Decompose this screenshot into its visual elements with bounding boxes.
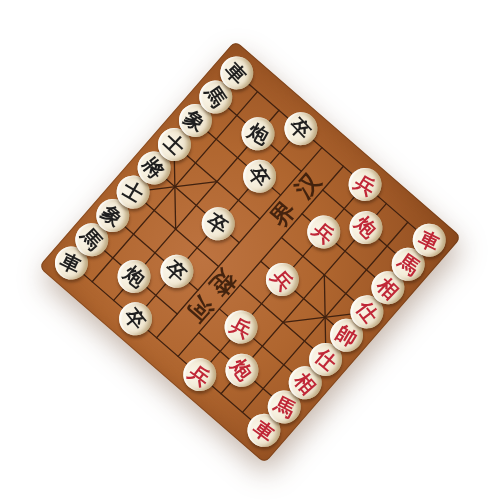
piece-character: 兵: [186, 361, 214, 389]
grid-line: [236, 73, 429, 241]
piece-character: 將: [139, 154, 167, 182]
piece-character: 帥: [333, 322, 360, 349]
piece-character: 馬: [77, 225, 105, 253]
board-shadow-wrapper: 楚河汉界 車馬象士將士象馬車炮炮卒卒卒卒卒兵兵兵兵兵炮炮車馬相仕帥仕相馬車: [100, 102, 400, 402]
piece-character: 卒: [286, 115, 314, 143]
piece-character: 士: [160, 130, 188, 158]
xiangqi-board: 楚河汉界 車馬象士將士象馬車炮炮卒卒卒卒卒兵兵兵兵兵炮炮車馬相仕帥仕相馬車: [38, 40, 461, 463]
piece-character: 相: [374, 274, 402, 302]
piece-character: 炮: [245, 120, 272, 147]
piece-character: 車: [416, 228, 443, 255]
piece-character: 炮: [352, 213, 380, 241]
piece-character: 相: [291, 369, 319, 397]
piece-character: 士: [119, 178, 146, 205]
piece-character: 卒: [121, 305, 149, 333]
piece-character: 兵: [268, 266, 296, 294]
piece-character: 仕: [312, 346, 340, 374]
piece-character: 卒: [245, 163, 273, 191]
piece-character: 炮: [228, 356, 256, 384]
piece-character: 兵: [309, 218, 337, 246]
piece-character: 象: [98, 202, 126, 230]
product-photo-canvas: 楚河汉界 車馬象士將士象馬車炮炮卒卒卒卒卒兵兵兵兵兵炮炮車馬相仕帥仕相馬車: [0, 0, 500, 500]
piece-character: 車: [222, 59, 250, 87]
piece-character: 仕: [353, 298, 381, 326]
piece-character: 車: [57, 250, 84, 277]
piece-character: 車: [250, 417, 278, 445]
piece-character: 卒: [162, 257, 190, 285]
piece-character: 卒: [204, 210, 232, 238]
piece-character: 象: [181, 107, 209, 135]
piece-character: 馬: [271, 394, 298, 421]
piece-character: 馬: [395, 251, 423, 279]
piece-character: 炮: [120, 263, 148, 291]
piece-character: 兵: [351, 171, 379, 199]
piece-character: 馬: [202, 83, 230, 111]
piece-character: 兵: [227, 314, 254, 341]
